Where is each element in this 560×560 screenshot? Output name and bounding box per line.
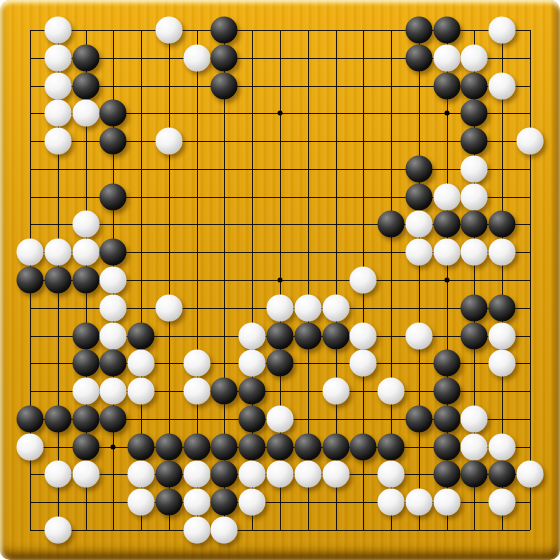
white-stone[interactable]	[44, 44, 71, 71]
black-stone[interactable]	[322, 322, 349, 349]
black-stone[interactable]	[294, 433, 321, 460]
white-stone[interactable]	[489, 322, 516, 349]
black-stone[interactable]	[378, 433, 405, 460]
white-stone[interactable]	[44, 239, 71, 266]
white-stone[interactable]	[44, 72, 71, 99]
white-stone[interactable]	[183, 461, 210, 488]
white-stone[interactable]	[72, 461, 99, 488]
black-stone[interactable]	[72, 267, 99, 294]
white-stone[interactable]	[461, 433, 488, 460]
white-stone[interactable]	[211, 517, 238, 544]
white-stone[interactable]	[267, 461, 294, 488]
white-stone[interactable]	[44, 128, 71, 155]
white-stone[interactable]	[155, 17, 182, 44]
black-stone[interactable]	[267, 322, 294, 349]
star-point	[444, 278, 449, 283]
black-stone[interactable]	[350, 433, 377, 460]
white-stone[interactable]	[294, 461, 321, 488]
white-stone[interactable]	[405, 239, 432, 266]
black-stone[interactable]	[183, 433, 210, 460]
black-stone[interactable]	[405, 44, 432, 71]
white-stone[interactable]	[155, 128, 182, 155]
white-stone[interactable]	[183, 350, 210, 377]
black-stone[interactable]	[239, 378, 266, 405]
black-stone[interactable]	[433, 405, 460, 432]
black-stone[interactable]	[405, 17, 432, 44]
black-stone[interactable]	[322, 433, 349, 460]
white-stone[interactable]	[489, 433, 516, 460]
black-stone[interactable]	[267, 433, 294, 460]
black-stone[interactable]	[433, 72, 460, 99]
white-stone[interactable]	[128, 489, 155, 516]
black-stone[interactable]	[100, 183, 127, 210]
black-stone[interactable]	[72, 44, 99, 71]
black-stone[interactable]	[100, 239, 127, 266]
black-stone[interactable]	[239, 405, 266, 432]
grid-line-v	[419, 30, 420, 530]
star-point	[278, 111, 283, 116]
black-stone[interactable]	[461, 128, 488, 155]
white-stone[interactable]	[378, 378, 405, 405]
black-stone[interactable]	[461, 100, 488, 127]
white-stone[interactable]	[128, 350, 155, 377]
white-stone[interactable]	[128, 378, 155, 405]
white-stone[interactable]	[322, 461, 349, 488]
white-stone[interactable]	[44, 461, 71, 488]
black-stone[interactable]	[433, 211, 460, 238]
black-stone[interactable]	[433, 461, 460, 488]
white-stone[interactable]	[489, 489, 516, 516]
white-stone[interactable]	[433, 489, 460, 516]
black-stone[interactable]	[378, 211, 405, 238]
white-stone[interactable]	[183, 489, 210, 516]
white-stone[interactable]	[100, 322, 127, 349]
black-stone[interactable]	[489, 461, 516, 488]
black-stone[interactable]	[405, 155, 432, 182]
black-stone[interactable]	[211, 433, 238, 460]
white-stone[interactable]	[489, 17, 516, 44]
black-stone[interactable]	[128, 433, 155, 460]
white-stone[interactable]	[17, 239, 44, 266]
white-stone[interactable]	[405, 489, 432, 516]
white-stone[interactable]	[489, 350, 516, 377]
white-stone[interactable]	[517, 461, 544, 488]
white-stone[interactable]	[350, 350, 377, 377]
white-stone[interactable]	[239, 322, 266, 349]
black-stone[interactable]	[294, 322, 321, 349]
white-stone[interactable]	[461, 405, 488, 432]
black-stone[interactable]	[100, 128, 127, 155]
white-stone[interactable]	[405, 211, 432, 238]
black-stone[interactable]	[405, 405, 432, 432]
white-stone[interactable]	[100, 294, 127, 321]
white-stone[interactable]	[239, 350, 266, 377]
black-stone[interactable]	[72, 433, 99, 460]
white-stone[interactable]	[378, 489, 405, 516]
white-stone[interactable]	[128, 461, 155, 488]
black-stone[interactable]	[211, 489, 238, 516]
black-stone[interactable]	[461, 294, 488, 321]
black-stone[interactable]	[461, 322, 488, 349]
black-stone[interactable]	[211, 72, 238, 99]
white-stone[interactable]	[350, 267, 377, 294]
black-stone[interactable]	[155, 433, 182, 460]
white-stone[interactable]	[44, 17, 71, 44]
white-stone[interactable]	[100, 378, 127, 405]
black-stone[interactable]	[44, 405, 71, 432]
white-stone[interactable]	[72, 378, 99, 405]
black-stone[interactable]	[100, 100, 127, 127]
star-point	[278, 278, 283, 283]
black-stone[interactable]	[461, 461, 488, 488]
white-stone[interactable]	[44, 517, 71, 544]
white-stone[interactable]	[461, 44, 488, 71]
go-game-screenshot	[0, 0, 560, 560]
black-stone[interactable]	[72, 322, 99, 349]
white-stone[interactable]	[378, 461, 405, 488]
white-stone[interactable]	[322, 378, 349, 405]
black-stone[interactable]	[211, 44, 238, 71]
black-stone[interactable]	[433, 433, 460, 460]
black-stone[interactable]	[72, 350, 99, 377]
star-point	[111, 444, 116, 449]
star-point	[444, 111, 449, 116]
white-stone[interactable]	[72, 211, 99, 238]
black-stone[interactable]	[405, 183, 432, 210]
white-stone[interactable]	[239, 489, 266, 516]
black-stone[interactable]	[211, 17, 238, 44]
black-stone[interactable]	[433, 17, 460, 44]
black-stone[interactable]	[433, 350, 460, 377]
white-stone[interactable]	[433, 183, 460, 210]
black-stone[interactable]	[17, 267, 44, 294]
white-stone[interactable]	[433, 239, 460, 266]
black-stone[interactable]	[489, 294, 516, 321]
white-stone[interactable]	[433, 44, 460, 71]
white-stone[interactable]	[155, 294, 182, 321]
white-stone[interactable]	[72, 100, 99, 127]
grid-line-h	[30, 530, 530, 531]
black-stone[interactable]	[461, 211, 488, 238]
black-stone[interactable]	[155, 489, 182, 516]
white-stone[interactable]	[461, 239, 488, 266]
white-stone[interactable]	[461, 155, 488, 182]
white-stone[interactable]	[44, 100, 71, 127]
black-stone[interactable]	[72, 405, 99, 432]
white-stone[interactable]	[267, 294, 294, 321]
black-stone[interactable]	[211, 378, 238, 405]
white-stone[interactable]	[405, 322, 432, 349]
white-stone[interactable]	[489, 72, 516, 99]
white-stone[interactable]	[461, 183, 488, 210]
white-stone[interactable]	[100, 267, 127, 294]
white-stone[interactable]	[183, 44, 210, 71]
grid-line-v	[530, 30, 531, 530]
black-stone[interactable]	[155, 461, 182, 488]
white-stone[interactable]	[239, 461, 266, 488]
white-stone[interactable]	[267, 405, 294, 432]
black-stone[interactable]	[44, 267, 71, 294]
black-stone[interactable]	[100, 350, 127, 377]
white-stone[interactable]	[17, 433, 44, 460]
black-stone[interactable]	[489, 211, 516, 238]
go-board[interactable]	[0, 0, 560, 560]
black-stone[interactable]	[461, 72, 488, 99]
white-stone[interactable]	[294, 294, 321, 321]
black-stone[interactable]	[433, 378, 460, 405]
white-stone[interactable]	[183, 517, 210, 544]
white-stone[interactable]	[489, 239, 516, 266]
black-stone[interactable]	[211, 461, 238, 488]
black-stone[interactable]	[72, 72, 99, 99]
black-stone[interactable]	[17, 405, 44, 432]
black-stone[interactable]	[128, 322, 155, 349]
white-stone[interactable]	[350, 322, 377, 349]
black-stone[interactable]	[100, 405, 127, 432]
white-stone[interactable]	[72, 239, 99, 266]
white-stone[interactable]	[322, 294, 349, 321]
black-stone[interactable]	[267, 350, 294, 377]
black-stone[interactable]	[239, 433, 266, 460]
white-stone[interactable]	[517, 128, 544, 155]
white-stone[interactable]	[183, 378, 210, 405]
